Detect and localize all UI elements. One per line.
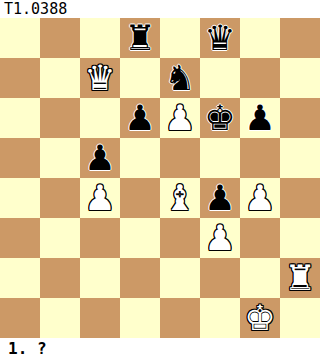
- square-a3[interactable]: [0, 218, 40, 258]
- square-a8[interactable]: [0, 18, 40, 58]
- black-rook-icon: ♜: [120, 18, 160, 58]
- square-g5[interactable]: [240, 138, 280, 178]
- square-h1[interactable]: [280, 298, 320, 338]
- square-f6[interactable]: ♚: [200, 98, 240, 138]
- square-b3[interactable]: [40, 218, 80, 258]
- move-prompt: 1. ?: [0, 338, 320, 360]
- square-b5[interactable]: [40, 138, 80, 178]
- square-e2[interactable]: [160, 258, 200, 298]
- square-c8[interactable]: [80, 18, 120, 58]
- square-g3[interactable]: [240, 218, 280, 258]
- white-queen-icon: ♛: [80, 58, 120, 98]
- square-c6[interactable]: [80, 98, 120, 138]
- white-bishop-icon: ♝: [160, 178, 200, 218]
- white-pawn-icon: ♟: [160, 98, 200, 138]
- black-pawn-icon: ♟: [80, 138, 120, 178]
- square-c1[interactable]: [80, 298, 120, 338]
- black-queen-icon: ♛: [200, 18, 240, 58]
- square-d5[interactable]: [120, 138, 160, 178]
- square-d2[interactable]: [120, 258, 160, 298]
- square-b6[interactable]: [40, 98, 80, 138]
- square-g7[interactable]: [240, 58, 280, 98]
- black-pawn-icon: ♟: [200, 178, 240, 218]
- square-a6[interactable]: [0, 98, 40, 138]
- chess-board: ♜♛♛♞♟♟♚♟♟♟♝♟♟♟♜♚: [0, 18, 320, 338]
- black-pawn-icon: ♟: [240, 98, 280, 138]
- square-h4[interactable]: [280, 178, 320, 218]
- square-c2[interactable]: [80, 258, 120, 298]
- square-a2[interactable]: [0, 258, 40, 298]
- white-pawn-icon: ♟: [240, 178, 280, 218]
- square-h8[interactable]: [280, 18, 320, 58]
- square-c4[interactable]: ♟: [80, 178, 120, 218]
- square-e3[interactable]: [160, 218, 200, 258]
- white-king-icon: ♚: [240, 298, 280, 338]
- square-g2[interactable]: [240, 258, 280, 298]
- square-c7[interactable]: ♛: [80, 58, 120, 98]
- square-f4[interactable]: ♟: [200, 178, 240, 218]
- square-e5[interactable]: [160, 138, 200, 178]
- square-a7[interactable]: [0, 58, 40, 98]
- square-e6[interactable]: ♟: [160, 98, 200, 138]
- square-d4[interactable]: [120, 178, 160, 218]
- square-h5[interactable]: [280, 138, 320, 178]
- square-g6[interactable]: ♟: [240, 98, 280, 138]
- square-c5[interactable]: ♟: [80, 138, 120, 178]
- square-b7[interactable]: [40, 58, 80, 98]
- square-d1[interactable]: [120, 298, 160, 338]
- square-a4[interactable]: [0, 178, 40, 218]
- square-b1[interactable]: [40, 298, 80, 338]
- square-d6[interactable]: ♟: [120, 98, 160, 138]
- square-g8[interactable]: [240, 18, 280, 58]
- square-h7[interactable]: [280, 58, 320, 98]
- square-b4[interactable]: [40, 178, 80, 218]
- square-f2[interactable]: [200, 258, 240, 298]
- white-pawn-icon: ♟: [80, 178, 120, 218]
- square-f1[interactable]: [200, 298, 240, 338]
- square-d3[interactable]: [120, 218, 160, 258]
- puzzle-title: T1.0388: [0, 0, 320, 18]
- chess-puzzle-app: T1.0388 ♜♛♛♞♟♟♚♟♟♟♝♟♟♟♜♚ 1. ?: [0, 0, 320, 360]
- square-b2[interactable]: [40, 258, 80, 298]
- black-king-icon: ♚: [200, 98, 240, 138]
- white-pawn-icon: ♟: [200, 218, 240, 258]
- square-f8[interactable]: ♛: [200, 18, 240, 58]
- square-h6[interactable]: [280, 98, 320, 138]
- black-knight-icon: ♞: [160, 58, 200, 98]
- square-d8[interactable]: ♜: [120, 18, 160, 58]
- square-h3[interactable]: [280, 218, 320, 258]
- square-e8[interactable]: [160, 18, 200, 58]
- square-d7[interactable]: [120, 58, 160, 98]
- square-g4[interactable]: ♟: [240, 178, 280, 218]
- square-b8[interactable]: [40, 18, 80, 58]
- square-e4[interactable]: ♝: [160, 178, 200, 218]
- square-a1[interactable]: [0, 298, 40, 338]
- square-c3[interactable]: [80, 218, 120, 258]
- square-f7[interactable]: [200, 58, 240, 98]
- square-e1[interactable]: [160, 298, 200, 338]
- black-pawn-icon: ♟: [120, 98, 160, 138]
- square-f3[interactable]: ♟: [200, 218, 240, 258]
- square-e7[interactable]: ♞: [160, 58, 200, 98]
- square-f5[interactable]: [200, 138, 240, 178]
- white-rook-icon: ♜: [280, 258, 320, 298]
- square-h2[interactable]: ♜: [280, 258, 320, 298]
- square-a5[interactable]: [0, 138, 40, 178]
- square-g1[interactable]: ♚: [240, 298, 280, 338]
